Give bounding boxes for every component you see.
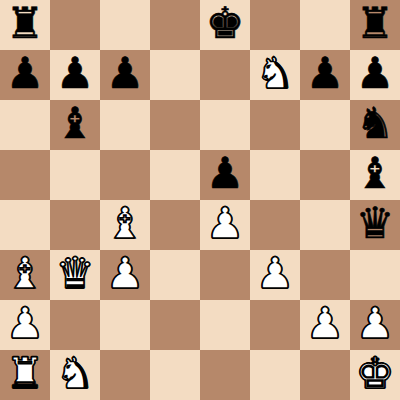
square-g3[interactable]	[300, 250, 350, 300]
black-rook-h8[interactable]: ♜	[356, 0, 395, 48]
black-bishop-h5[interactable]: ♝	[356, 148, 395, 198]
square-h2[interactable]: ♟	[350, 300, 400, 350]
square-c1[interactable]	[100, 350, 150, 400]
square-g5[interactable]	[300, 150, 350, 200]
square-f2[interactable]	[250, 300, 300, 350]
square-h4[interactable]: ♛	[350, 200, 400, 250]
black-pawn-b7[interactable]: ♟	[56, 48, 95, 98]
square-e2[interactable]	[200, 300, 250, 350]
black-pawn-a7[interactable]: ♟	[6, 48, 45, 98]
square-b5[interactable]	[50, 150, 100, 200]
white-bishop-c4[interactable]: ♝	[106, 198, 145, 248]
square-g7[interactable]: ♟	[300, 50, 350, 100]
square-d1[interactable]	[150, 350, 200, 400]
square-e3[interactable]	[200, 250, 250, 300]
square-f5[interactable]	[250, 150, 300, 200]
white-pawn-h2[interactable]: ♟	[356, 298, 395, 348]
black-pawn-g7[interactable]: ♟	[306, 48, 345, 98]
square-f8[interactable]	[250, 0, 300, 50]
square-f7[interactable]: ♞	[250, 50, 300, 100]
square-f6[interactable]	[250, 100, 300, 150]
square-a7[interactable]: ♟	[0, 50, 50, 100]
square-c5[interactable]	[100, 150, 150, 200]
square-e5[interactable]: ♟	[200, 150, 250, 200]
square-a4[interactable]	[0, 200, 50, 250]
square-c6[interactable]	[100, 100, 150, 150]
black-bishop-b6[interactable]: ♝	[56, 98, 95, 148]
white-bishop-a3[interactable]: ♝	[6, 248, 45, 298]
square-h3[interactable]	[350, 250, 400, 300]
white-king-h1[interactable]: ♚	[356, 348, 395, 398]
square-c4[interactable]: ♝	[100, 200, 150, 250]
square-a2[interactable]: ♟	[0, 300, 50, 350]
square-f1[interactable]	[250, 350, 300, 400]
square-e7[interactable]	[200, 50, 250, 100]
square-a5[interactable]	[0, 150, 50, 200]
square-e4[interactable]: ♟	[200, 200, 250, 250]
square-b7[interactable]: ♟	[50, 50, 100, 100]
white-pawn-f3[interactable]: ♟	[256, 248, 295, 298]
square-d7[interactable]	[150, 50, 200, 100]
square-b1[interactable]: ♞	[50, 350, 100, 400]
chess-board: ♜♚♜♟♟♟♞♟♟♝♞♟♝♝♟♛♝♛♟♟♟♟♟♜♞♚	[0, 0, 400, 400]
square-f4[interactable]	[250, 200, 300, 250]
white-pawn-a2[interactable]: ♟	[6, 298, 45, 348]
square-d4[interactable]	[150, 200, 200, 250]
square-b6[interactable]: ♝	[50, 100, 100, 150]
white-pawn-e4[interactable]: ♟	[206, 198, 245, 248]
square-e1[interactable]	[200, 350, 250, 400]
square-g4[interactable]	[300, 200, 350, 250]
square-d8[interactable]	[150, 0, 200, 50]
square-b3[interactable]: ♛	[50, 250, 100, 300]
square-h6[interactable]: ♞	[350, 100, 400, 150]
black-king-e8[interactable]: ♚	[206, 0, 245, 48]
chess-board-container: ♜♚♜♟♟♟♞♟♟♝♞♟♝♝♟♛♝♛♟♟♟♟♟♜♞♚	[0, 0, 400, 400]
square-e8[interactable]: ♚	[200, 0, 250, 50]
square-h7[interactable]: ♟	[350, 50, 400, 100]
white-knight-f7[interactable]: ♞	[256, 48, 295, 98]
white-pawn-c3[interactable]: ♟	[106, 248, 145, 298]
square-b4[interactable]	[50, 200, 100, 250]
square-c2[interactable]	[100, 300, 150, 350]
square-e6[interactable]	[200, 100, 250, 150]
square-a6[interactable]	[0, 100, 50, 150]
square-g2[interactable]: ♟	[300, 300, 350, 350]
black-pawn-h7[interactable]: ♟	[356, 48, 395, 98]
square-a1[interactable]: ♜	[0, 350, 50, 400]
square-b2[interactable]	[50, 300, 100, 350]
square-c8[interactable]	[100, 0, 150, 50]
square-g6[interactable]	[300, 100, 350, 150]
black-rook-a8[interactable]: ♜	[6, 0, 45, 48]
black-queen-h4[interactable]: ♛	[356, 198, 395, 248]
square-d5[interactable]	[150, 150, 200, 200]
square-d2[interactable]	[150, 300, 200, 350]
white-knight-b1[interactable]: ♞	[56, 348, 95, 398]
square-g8[interactable]	[300, 0, 350, 50]
white-rook-a1[interactable]: ♜	[6, 348, 45, 398]
square-d6[interactable]	[150, 100, 200, 150]
square-h1[interactable]: ♚	[350, 350, 400, 400]
square-c7[interactable]: ♟	[100, 50, 150, 100]
square-d3[interactable]	[150, 250, 200, 300]
square-b8[interactable]	[50, 0, 100, 50]
square-a3[interactable]: ♝	[0, 250, 50, 300]
square-f3[interactable]: ♟	[250, 250, 300, 300]
square-c3[interactable]: ♟	[100, 250, 150, 300]
square-g1[interactable]	[300, 350, 350, 400]
square-a8[interactable]: ♜	[0, 0, 50, 50]
square-h5[interactable]: ♝	[350, 150, 400, 200]
white-pawn-g2[interactable]: ♟	[306, 298, 345, 348]
black-knight-h6[interactable]: ♞	[356, 98, 395, 148]
black-pawn-e5[interactable]: ♟	[206, 148, 245, 198]
square-h8[interactable]: ♜	[350, 0, 400, 50]
black-pawn-c7[interactable]: ♟	[106, 48, 145, 98]
white-queen-b3[interactable]: ♛	[56, 248, 95, 298]
